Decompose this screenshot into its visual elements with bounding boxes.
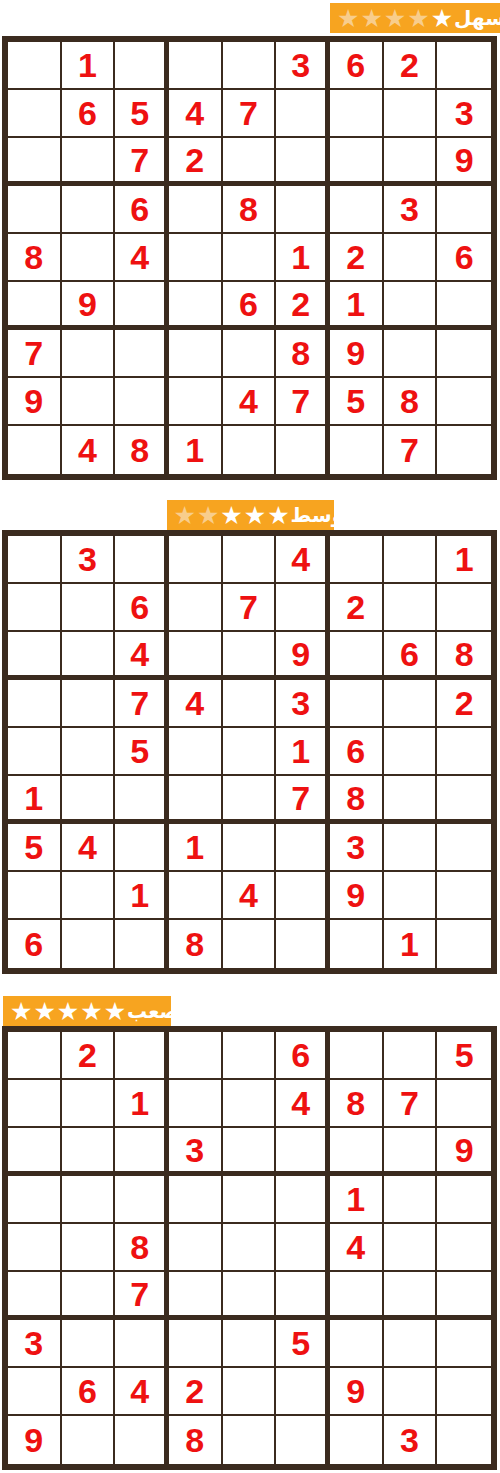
sudoku-cell-r5c7[interactable]: 6 <box>330 728 384 776</box>
sudoku-cell-r2c4[interactable] <box>169 1080 223 1128</box>
sudoku-cell-r9c2[interactable]: 4 <box>62 426 116 474</box>
sudoku-cell-r8c1[interactable] <box>8 872 62 920</box>
sudoku-cell-r3c9[interactable]: 8 <box>437 632 491 680</box>
sudoku-cell-r3c4[interactable]: 2 <box>169 138 223 186</box>
sudoku-cell-r5c2[interactable] <box>62 728 116 776</box>
sudoku-grid-medium: 341672496874325161785413149681 <box>2 530 497 974</box>
sudoku-cell-r2c7[interactable]: 2 <box>330 584 384 632</box>
star-pale-icon: ★ <box>337 4 359 32</box>
sudoku-cell-r5c6[interactable]: 1 <box>276 234 330 282</box>
sudoku-cell-r6c4[interactable] <box>169 776 223 824</box>
star-pale-icon: ★ <box>174 501 196 529</box>
sudoku-cell-r8c7[interactable]: 5 <box>330 378 384 426</box>
sudoku-cell-r9c4[interactable]: 8 <box>169 920 223 968</box>
sudoku-cell-r1c3[interactable] <box>115 42 169 90</box>
sudoku-cell-r3c8[interactable] <box>384 1128 438 1176</box>
sudoku-cell-r7c1[interactable]: 7 <box>8 330 62 378</box>
sudoku-cell-r1c9[interactable]: 1 <box>437 536 491 584</box>
sudoku-cell-r6c7[interactable]: 8 <box>330 776 384 824</box>
sudoku-cell-r3c2[interactable] <box>62 632 116 680</box>
sudoku-cell-r5c2[interactable] <box>62 234 116 282</box>
puzzle-hard: ★★★★★ صعب 2651487391847356429983 <box>0 996 500 1470</box>
sudoku-grid-easy: 136265473729683841269621789947584817 <box>2 36 497 480</box>
sudoku-cell-r8c4[interactable] <box>169 872 223 920</box>
sudoku-cell-r8c6[interactable] <box>276 1368 330 1416</box>
sudoku-cell-r9c7[interactable] <box>330 1416 384 1464</box>
sudoku-cell-r7c2[interactable] <box>62 1320 116 1368</box>
sudoku-cell-r3c2[interactable] <box>62 1128 116 1176</box>
star-filled-icon: ★ <box>220 501 242 529</box>
sudoku-cell-r9c6[interactable] <box>276 426 330 474</box>
sudoku-cell-r5c6[interactable] <box>276 1224 330 1272</box>
sudoku-cell-r2c2[interactable] <box>62 584 116 632</box>
sudoku-cell-r1c7[interactable]: 6 <box>330 42 384 90</box>
star-filled-icon: ★ <box>33 997 55 1025</box>
sudoku-cell-r7c3[interactable] <box>115 330 169 378</box>
sudoku-page: ★★★★★ سهل 136265473729683841269621789947… <box>0 0 500 1470</box>
sudoku-cell-r5c6[interactable]: 1 <box>276 728 330 776</box>
star-pale-icon: ★ <box>197 501 219 529</box>
sudoku-cell-r9c6[interactable] <box>276 920 330 968</box>
sudoku-cell-r4c1[interactable] <box>8 1176 62 1224</box>
sudoku-cell-r5c5[interactable] <box>223 728 277 776</box>
sudoku-cell-r4c2[interactable] <box>62 680 116 728</box>
sudoku-cell-r7c4[interactable]: 1 <box>169 824 223 872</box>
sudoku-cell-r3c4[interactable]: 3 <box>169 1128 223 1176</box>
sudoku-cell-r1c1[interactable] <box>8 536 62 584</box>
sudoku-cell-r5c8[interactable] <box>384 728 438 776</box>
sudoku-cell-r5c9[interactable] <box>437 1224 491 1272</box>
sudoku-cell-r6c9[interactable] <box>437 776 491 824</box>
sudoku-cell-r8c7[interactable]: 9 <box>330 1368 384 1416</box>
sudoku-cell-r4c5[interactable]: 8 <box>223 186 277 234</box>
sudoku-cell-r3c3[interactable]: 4 <box>115 632 169 680</box>
sudoku-cell-r6c5[interactable]: 6 <box>223 282 277 330</box>
sudoku-cell-r6c2[interactable] <box>62 776 116 824</box>
sudoku-cell-r7c4[interactable] <box>169 330 223 378</box>
sudoku-cell-r9c5[interactable] <box>223 426 277 474</box>
sudoku-cell-r1c7[interactable] <box>330 1032 384 1080</box>
sudoku-cell-r8c8[interactable] <box>384 1368 438 1416</box>
sudoku-cell-r6c1[interactable] <box>8 1272 62 1320</box>
sudoku-cell-r8c8[interactable]: 8 <box>384 378 438 426</box>
sudoku-cell-r4c4[interactable]: 4 <box>169 680 223 728</box>
sudoku-cell-r8c3[interactable] <box>115 378 169 426</box>
sudoku-cell-r5c3[interactable]: 4 <box>115 234 169 282</box>
sudoku-cell-r7c7[interactable] <box>330 1320 384 1368</box>
sudoku-cell-r6c3[interactable] <box>115 776 169 824</box>
sudoku-cell-r6c9[interactable] <box>437 282 491 330</box>
sudoku-cell-r6c9[interactable] <box>437 1272 491 1320</box>
sudoku-cell-r4c1[interactable] <box>8 680 62 728</box>
sudoku-cell-r2c6[interactable] <box>276 90 330 138</box>
sudoku-cell-r2c4[interactable]: 4 <box>169 90 223 138</box>
sudoku-cell-r8c2[interactable] <box>62 378 116 426</box>
sudoku-cell-r5c7[interactable]: 2 <box>330 234 384 282</box>
sudoku-cell-r6c6[interactable]: 2 <box>276 282 330 330</box>
sudoku-cell-r5c4[interactable] <box>169 234 223 282</box>
star-filled-icon: ★ <box>57 997 79 1025</box>
sudoku-cell-r9c9[interactable] <box>437 426 491 474</box>
sudoku-cell-r1c1[interactable] <box>8 42 62 90</box>
sudoku-cell-r8c2[interactable]: 6 <box>62 1368 116 1416</box>
sudoku-cell-r4c2[interactable] <box>62 186 116 234</box>
sudoku-cell-r4c3[interactable]: 7 <box>115 680 169 728</box>
sudoku-cell-r7c8[interactable] <box>384 1320 438 1368</box>
sudoku-cell-r2c1[interactable] <box>8 1080 62 1128</box>
sudoku-cell-r5c8[interactable] <box>384 234 438 282</box>
sudoku-cell-r4c6[interactable]: 3 <box>276 680 330 728</box>
sudoku-cell-r7c3[interactable] <box>115 1320 169 1368</box>
sudoku-grid-hard: 2651487391847356429983 <box>2 1026 497 1470</box>
sudoku-cell-r4c9[interactable] <box>437 186 491 234</box>
sudoku-cell-r5c2[interactable] <box>62 1224 116 1272</box>
difficulty-banner-hard: ★★★★★ صعب <box>3 996 171 1026</box>
sudoku-cell-r5c9[interactable]: 6 <box>437 234 491 282</box>
sudoku-cell-r7c5[interactable] <box>223 330 277 378</box>
sudoku-cell-r3c7[interactable] <box>330 1128 384 1176</box>
sudoku-cell-r6c2[interactable] <box>62 1272 116 1320</box>
sudoku-cell-r9c1[interactable]: 9 <box>8 1416 62 1464</box>
sudoku-cell-r1c9[interactable]: 5 <box>437 1032 491 1080</box>
sudoku-cell-r4c3[interactable]: 6 <box>115 186 169 234</box>
sudoku-cell-r6c6[interactable]: 7 <box>276 776 330 824</box>
star-filled-icon: ★ <box>104 997 126 1025</box>
sudoku-cell-r7c3[interactable] <box>115 824 169 872</box>
sudoku-cell-r6c5[interactable] <box>223 776 277 824</box>
difficulty-banner-easy: ★★★★★ سهل <box>330 3 500 33</box>
sudoku-cell-r1c9[interactable] <box>437 42 491 90</box>
sudoku-cell-r7c2[interactable]: 4 <box>62 824 116 872</box>
sudoku-cell-r3c8[interactable] <box>384 138 438 186</box>
sudoku-cell-r5c1[interactable] <box>8 1224 62 1272</box>
sudoku-cell-r7c6[interactable] <box>276 824 330 872</box>
sudoku-cell-r3c6[interactable]: 9 <box>276 632 330 680</box>
sudoku-cell-r2c6[interactable] <box>276 584 330 632</box>
sudoku-cell-r8c6[interactable]: 7 <box>276 378 330 426</box>
sudoku-cell-r8c7[interactable]: 9 <box>330 872 384 920</box>
star-rating: ★★★★★ <box>337 4 454 32</box>
sudoku-cell-r1c3[interactable] <box>115 1032 169 1080</box>
sudoku-cell-r5c9[interactable] <box>437 728 491 776</box>
sudoku-cell-r3c1[interactable] <box>8 632 62 680</box>
star-pale-icon: ★ <box>384 4 406 32</box>
sudoku-cell-r8c9[interactable] <box>437 872 491 920</box>
sudoku-cell-r7c8[interactable] <box>384 824 438 872</box>
sudoku-cell-r8c8[interactable] <box>384 872 438 920</box>
sudoku-cell-r2c3[interactable]: 6 <box>115 584 169 632</box>
sudoku-cell-r3c2[interactable] <box>62 138 116 186</box>
sudoku-cell-r1c4[interactable] <box>169 42 223 90</box>
sudoku-cell-r8c6[interactable] <box>276 872 330 920</box>
sudoku-cell-r3c3[interactable] <box>115 1128 169 1176</box>
sudoku-cell-r9c5[interactable] <box>223 920 277 968</box>
sudoku-cell-r9c3[interactable] <box>115 920 169 968</box>
sudoku-cell-r7c1[interactable]: 5 <box>8 824 62 872</box>
sudoku-cell-r1c2[interactable]: 2 <box>62 1032 116 1080</box>
sudoku-cell-r7c6[interactable]: 5 <box>276 1320 330 1368</box>
sudoku-cell-r8c2[interactable] <box>62 872 116 920</box>
sudoku-cell-r9c3[interactable]: 8 <box>115 426 169 474</box>
sudoku-cell-r2c9[interactable] <box>437 1080 491 1128</box>
sudoku-cell-r1c5[interactable] <box>223 536 277 584</box>
star-filled-icon: ★ <box>80 997 102 1025</box>
sudoku-cell-r4c7[interactable]: 1 <box>330 1176 384 1224</box>
sudoku-cell-r9c2[interactable] <box>62 920 116 968</box>
sudoku-cell-r4c7[interactable] <box>330 186 384 234</box>
sudoku-cell-r2c2[interactable] <box>62 1080 116 1128</box>
sudoku-cell-r9c9[interactable] <box>437 920 491 968</box>
sudoku-cell-r2c7[interactable] <box>330 90 384 138</box>
sudoku-cell-r8c5[interactable] <box>223 1368 277 1416</box>
sudoku-cell-r8c5[interactable]: 4 <box>223 872 277 920</box>
sudoku-cell-r9c8[interactable]: 3 <box>384 1416 438 1464</box>
sudoku-cell-r3c7[interactable] <box>330 138 384 186</box>
sudoku-cell-r4c9[interactable]: 2 <box>437 680 491 728</box>
sudoku-cell-r2c1[interactable] <box>8 584 62 632</box>
sudoku-cell-r5c1[interactable] <box>8 728 62 776</box>
sudoku-cell-r9c2[interactable] <box>62 1416 116 1464</box>
star-pale-icon: ★ <box>360 4 382 32</box>
sudoku-cell-r4c6[interactable] <box>276 186 330 234</box>
sudoku-cell-r2c5[interactable]: 7 <box>223 90 277 138</box>
star-pale-icon: ★ <box>407 4 429 32</box>
sudoku-cell-r5c1[interactable]: 8 <box>8 234 62 282</box>
sudoku-cell-r3c7[interactable] <box>330 632 384 680</box>
sudoku-cell-r8c4[interactable]: 2 <box>169 1368 223 1416</box>
sudoku-cell-r1c6[interactable]: 3 <box>276 42 330 90</box>
sudoku-cell-r3c5[interactable] <box>223 138 277 186</box>
sudoku-cell-r1c6[interactable]: 4 <box>276 536 330 584</box>
sudoku-cell-r1c8[interactable]: 2 <box>384 42 438 90</box>
sudoku-cell-r3c6[interactable] <box>276 1128 330 1176</box>
sudoku-cell-r3c8[interactable]: 6 <box>384 632 438 680</box>
star-filled-icon: ★ <box>244 501 266 529</box>
sudoku-cell-r9c5[interactable] <box>223 1416 277 1464</box>
sudoku-cell-r2c8[interactable] <box>384 90 438 138</box>
sudoku-cell-r2c5[interactable] <box>223 1080 277 1128</box>
sudoku-cell-r4c8[interactable] <box>384 680 438 728</box>
sudoku-cell-r3c3[interactable]: 7 <box>115 138 169 186</box>
sudoku-cell-r4c5[interactable] <box>223 1176 277 1224</box>
sudoku-cell-r6c8[interactable] <box>384 776 438 824</box>
star-rating: ★★★★★ <box>174 501 291 529</box>
sudoku-cell-r4c4[interactable] <box>169 1176 223 1224</box>
sudoku-cell-r8c9[interactable] <box>437 378 491 426</box>
sudoku-cell-r2c9[interactable] <box>437 584 491 632</box>
sudoku-cell-r9c4[interactable]: 8 <box>169 1416 223 1464</box>
sudoku-cell-r1c3[interactable] <box>115 536 169 584</box>
sudoku-cell-r2c4[interactable] <box>169 584 223 632</box>
sudoku-cell-r3c1[interactable] <box>8 1128 62 1176</box>
star-filled-icon: ★ <box>431 4 453 32</box>
sudoku-cell-r9c1[interactable] <box>8 426 62 474</box>
sudoku-cell-r6c3[interactable]: 7 <box>115 1272 169 1320</box>
sudoku-cell-r1c7[interactable] <box>330 536 384 584</box>
sudoku-cell-r5c5[interactable] <box>223 234 277 282</box>
sudoku-cell-r1c8[interactable] <box>384 536 438 584</box>
sudoku-cell-r1c2[interactable]: 3 <box>62 536 116 584</box>
sudoku-cell-r8c4[interactable] <box>169 378 223 426</box>
sudoku-cell-r2c8[interactable]: 7 <box>384 1080 438 1128</box>
sudoku-cell-r1c1[interactable] <box>8 1032 62 1080</box>
sudoku-cell-r2c3[interactable]: 5 <box>115 90 169 138</box>
puzzle-easy: ★★★★★ سهل 136265473729683841269621789947… <box>0 3 500 480</box>
sudoku-cell-r4c7[interactable] <box>330 680 384 728</box>
sudoku-cell-r8c3[interactable]: 1 <box>115 872 169 920</box>
sudoku-cell-r4c6[interactable] <box>276 1176 330 1224</box>
sudoku-cell-r5c3[interactable]: 8 <box>115 1224 169 1272</box>
sudoku-cell-r7c5[interactable] <box>223 824 277 872</box>
sudoku-cell-r4c2[interactable] <box>62 1176 116 1224</box>
sudoku-cell-r3c1[interactable] <box>8 138 62 186</box>
sudoku-cell-r6c7[interactable]: 1 <box>330 282 384 330</box>
sudoku-cell-r4c5[interactable] <box>223 680 277 728</box>
sudoku-cell-r5c7[interactable]: 4 <box>330 1224 384 1272</box>
sudoku-cell-r6c5[interactable] <box>223 1272 277 1320</box>
star-rating: ★★★★★ <box>10 997 127 1025</box>
sudoku-cell-r4c9[interactable] <box>437 1176 491 1224</box>
sudoku-cell-r9c4[interactable]: 1 <box>169 426 223 474</box>
sudoku-cell-r3c9[interactable]: 9 <box>437 1128 491 1176</box>
sudoku-cell-r6c3[interactable] <box>115 282 169 330</box>
sudoku-cell-r1c5[interactable] <box>223 1032 277 1080</box>
sudoku-cell-r3c5[interactable] <box>223 1128 277 1176</box>
difficulty-label: صعب <box>127 996 179 1026</box>
sudoku-cell-r2c3[interactable]: 1 <box>115 1080 169 1128</box>
sudoku-cell-r6c4[interactable] <box>169 282 223 330</box>
sudoku-cell-r1c6[interactable]: 6 <box>276 1032 330 1080</box>
sudoku-cell-r6c4[interactable] <box>169 1272 223 1320</box>
sudoku-cell-r3c6[interactable] <box>276 138 330 186</box>
star-filled-icon: ★ <box>267 501 289 529</box>
sudoku-cell-r7c7[interactable]: 9 <box>330 330 384 378</box>
sudoku-cell-r8c5[interactable]: 4 <box>223 378 277 426</box>
sudoku-cell-r6c1[interactable]: 1 <box>8 776 62 824</box>
sudoku-cell-r5c4[interactable] <box>169 728 223 776</box>
sudoku-cell-r6c6[interactable] <box>276 1272 330 1320</box>
sudoku-cell-r4c8[interactable] <box>384 1176 438 1224</box>
sudoku-cell-r5c8[interactable] <box>384 1224 438 1272</box>
sudoku-cell-r9c7[interactable] <box>330 920 384 968</box>
sudoku-cell-r7c9[interactable] <box>437 1320 491 1368</box>
sudoku-cell-r2c7[interactable]: 8 <box>330 1080 384 1128</box>
sudoku-cell-r2c9[interactable]: 3 <box>437 90 491 138</box>
sudoku-cell-r8c9[interactable] <box>437 1368 491 1416</box>
sudoku-cell-r9c8[interactable]: 7 <box>384 426 438 474</box>
sudoku-cell-r2c8[interactable] <box>384 584 438 632</box>
sudoku-cell-r7c9[interactable] <box>437 824 491 872</box>
star-filled-icon: ★ <box>10 997 32 1025</box>
sudoku-cell-r9c8[interactable]: 1 <box>384 920 438 968</box>
sudoku-cell-r8c1[interactable]: 9 <box>8 378 62 426</box>
sudoku-cell-r6c1[interactable] <box>8 282 62 330</box>
sudoku-cell-r7c7[interactable]: 3 <box>330 824 384 872</box>
difficulty-label: سهل <box>454 3 500 33</box>
difficulty-label: وسط <box>291 500 345 530</box>
sudoku-cell-r7c1[interactable]: 3 <box>8 1320 62 1368</box>
sudoku-cell-r3c4[interactable] <box>169 632 223 680</box>
sudoku-cell-r9c3[interactable] <box>115 1416 169 1464</box>
sudoku-cell-r7c9[interactable] <box>437 330 491 378</box>
sudoku-cell-r6c8[interactable] <box>384 282 438 330</box>
sudoku-cell-r8c1[interactable] <box>8 1368 62 1416</box>
sudoku-cell-r6c7[interactable] <box>330 1272 384 1320</box>
sudoku-cell-r7c6[interactable]: 8 <box>276 330 330 378</box>
sudoku-cell-r1c2[interactable]: 1 <box>62 42 116 90</box>
sudoku-cell-r5c3[interactable]: 5 <box>115 728 169 776</box>
sudoku-cell-r6c2[interactable]: 9 <box>62 282 116 330</box>
sudoku-cell-r5c5[interactable] <box>223 1224 277 1272</box>
sudoku-cell-r9c9[interactable] <box>437 1416 491 1464</box>
sudoku-cell-r4c8[interactable]: 3 <box>384 186 438 234</box>
sudoku-cell-r3c5[interactable] <box>223 632 277 680</box>
sudoku-cell-r1c4[interactable] <box>169 1032 223 1080</box>
sudoku-cell-r2c6[interactable]: 4 <box>276 1080 330 1128</box>
sudoku-cell-r4c3[interactable] <box>115 1176 169 1224</box>
sudoku-cell-r8c3[interactable]: 4 <box>115 1368 169 1416</box>
sudoku-cell-r2c5[interactable]: 7 <box>223 584 277 632</box>
difficulty-banner-medium: ★★★★★ وسط <box>167 500 334 530</box>
sudoku-cell-r3c9[interactable]: 9 <box>437 138 491 186</box>
sudoku-cell-r7c5[interactable] <box>223 1320 277 1368</box>
sudoku-cell-r9c1[interactable]: 6 <box>8 920 62 968</box>
sudoku-cell-r9c6[interactable] <box>276 1416 330 1464</box>
sudoku-cell-r6c8[interactable] <box>384 1272 438 1320</box>
sudoku-cell-r1c8[interactable] <box>384 1032 438 1080</box>
sudoku-cell-r7c4[interactable] <box>169 1320 223 1368</box>
sudoku-cell-r5c4[interactable] <box>169 1224 223 1272</box>
sudoku-cell-r4c1[interactable] <box>8 186 62 234</box>
sudoku-cell-r1c5[interactable] <box>223 42 277 90</box>
sudoku-cell-r7c2[interactable] <box>62 330 116 378</box>
sudoku-cell-r4c4[interactable] <box>169 186 223 234</box>
sudoku-cell-r1c4[interactable] <box>169 536 223 584</box>
sudoku-cell-r2c1[interactable] <box>8 90 62 138</box>
sudoku-cell-r2c2[interactable]: 6 <box>62 90 116 138</box>
puzzle-medium: ★★★★★ وسط 341672496874325161785413149681 <box>0 500 500 974</box>
sudoku-cell-r7c8[interactable] <box>384 330 438 378</box>
sudoku-cell-r9c7[interactable] <box>330 426 384 474</box>
